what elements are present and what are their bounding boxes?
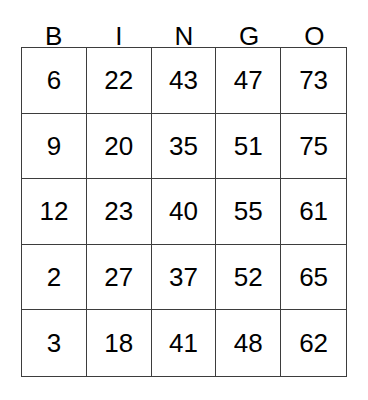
bingo-cell-n-r3[interactable]: 40 (152, 179, 217, 245)
bingo-cell-g-r4[interactable]: 52 (216, 245, 281, 311)
bingo-cell-b-r5[interactable]: 3 (22, 310, 87, 376)
bingo-cell-n-r2[interactable]: 35 (152, 114, 217, 180)
bingo-cell-i-r2[interactable]: 20 (87, 114, 152, 180)
bingo-cell-o-r2[interactable]: 75 (281, 114, 346, 180)
header-letter-b: B (45, 23, 62, 49)
bingo-cell-b-r1[interactable]: 6 (22, 48, 87, 114)
header-letter-o: O (304, 23, 324, 49)
bingo-cell-b-r3[interactable]: 12 (22, 179, 87, 245)
bingo-header: B I N G O (21, 0, 347, 49)
bingo-cell-i-r4[interactable]: 27 (87, 245, 152, 311)
header-letter-g: G (239, 23, 259, 49)
bingo-cell-i-r1[interactable]: 22 (87, 48, 152, 114)
bingo-cell-o-r5[interactable]: 62 (281, 310, 346, 376)
bingo-cell-b-r2[interactable]: 9 (22, 114, 87, 180)
bingo-cell-i-r5[interactable]: 18 (87, 310, 152, 376)
bingo-cell-i-r3[interactable]: 23 (87, 179, 152, 245)
header-letter-i: I (115, 23, 122, 49)
bingo-card: B I N G O 622434773920355175122340556122… (0, 0, 368, 400)
bingo-cell-o-r4[interactable]: 65 (281, 245, 346, 311)
bingo-cell-g-r1[interactable]: 47 (216, 48, 281, 114)
bingo-cell-o-r3[interactable]: 61 (281, 179, 346, 245)
bingo-cell-n-r4[interactable]: 37 (152, 245, 217, 311)
bingo-cell-n-r1[interactable]: 43 (152, 48, 217, 114)
bingo-cell-n-r5[interactable]: 41 (152, 310, 217, 376)
bingo-cell-g-r5[interactable]: 48 (216, 310, 281, 376)
bingo-cell-o-r1[interactable]: 73 (281, 48, 346, 114)
bingo-cell-g-r2[interactable]: 51 (216, 114, 281, 180)
bingo-cell-g-r3[interactable]: 55 (216, 179, 281, 245)
bingo-grid: 6224347739203551751223405561227375265318… (21, 47, 347, 377)
bingo-cell-b-r4[interactable]: 2 (22, 245, 87, 311)
header-letter-n: N (175, 23, 194, 49)
